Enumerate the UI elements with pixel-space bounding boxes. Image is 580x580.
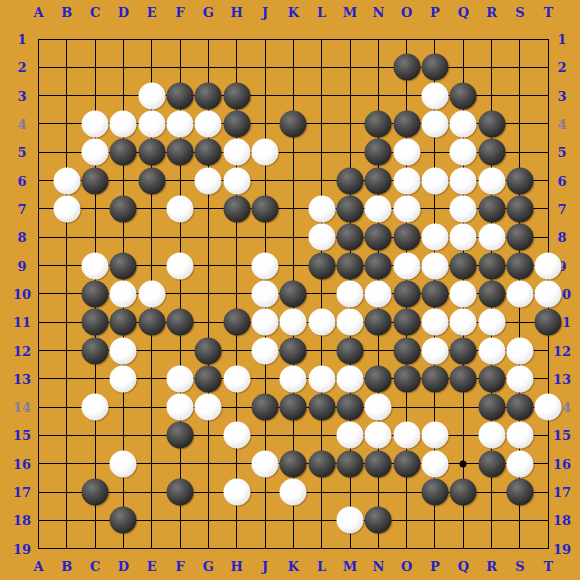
- row-label-right: 17: [553, 485, 571, 500]
- black-stone: [365, 252, 392, 279]
- white-stone: [223, 479, 250, 506]
- column-label-bottom: E: [147, 559, 157, 574]
- row-label-right: 5: [557, 145, 566, 160]
- black-stone: [393, 337, 420, 364]
- black-stone: [195, 337, 222, 364]
- white-stone: [478, 337, 505, 364]
- row-label-left: 18: [13, 513, 31, 528]
- white-stone: [478, 224, 505, 251]
- row-label-left: 19: [13, 541, 31, 556]
- white-stone: [252, 280, 279, 307]
- black-stone: [280, 450, 307, 477]
- black-stone: [365, 110, 392, 137]
- black-stone: [506, 224, 533, 251]
- white-stone: [535, 280, 562, 307]
- row-label-right: 6: [557, 173, 566, 188]
- white-stone: [138, 82, 165, 109]
- white-stone: [365, 394, 392, 421]
- white-stone: [53, 167, 80, 194]
- black-stone: [393, 54, 420, 81]
- row-label-left: 9: [17, 258, 26, 273]
- black-stone: [450, 252, 477, 279]
- black-stone: [138, 139, 165, 166]
- white-stone: [337, 507, 364, 534]
- black-stone: [138, 167, 165, 194]
- black-stone: [478, 110, 505, 137]
- white-stone: [280, 365, 307, 392]
- row-label-right: 16: [553, 456, 571, 471]
- white-stone: [450, 195, 477, 222]
- column-label-bottom: C: [90, 559, 100, 574]
- white-stone: [337, 309, 364, 336]
- black-stone: [280, 394, 307, 421]
- black-stone: [337, 224, 364, 251]
- black-stone: [110, 507, 137, 534]
- column-label-top: J: [262, 5, 268, 20]
- column-label-bottom: M: [343, 559, 357, 574]
- black-stone: [365, 507, 392, 534]
- row-label-right: 18: [553, 513, 571, 528]
- white-stone: [421, 224, 448, 251]
- black-stone: [365, 224, 392, 251]
- black-stone: [337, 450, 364, 477]
- black-stone: [110, 309, 137, 336]
- column-label-bottom: R: [486, 559, 497, 574]
- column-label-top: H: [231, 5, 243, 20]
- white-stone: [138, 110, 165, 137]
- black-stone: [82, 167, 109, 194]
- white-stone: [506, 280, 533, 307]
- white-stone: [337, 280, 364, 307]
- black-stone: [365, 365, 392, 392]
- white-stone: [450, 309, 477, 336]
- go-board[interactable]: AABBCCDDEEFFGGHHJJKKLLMMNNOOPPQQRRSSTT11…: [0, 0, 580, 580]
- white-stone: [138, 280, 165, 307]
- black-stone: [337, 337, 364, 364]
- black-stone: [450, 82, 477, 109]
- column-label-top: O: [401, 5, 412, 20]
- white-stone: [110, 280, 137, 307]
- white-stone: [110, 365, 137, 392]
- row-label-left: 8: [17, 230, 26, 245]
- column-label-top: G: [203, 5, 214, 20]
- column-label-top: B: [61, 5, 72, 20]
- white-stone: [252, 139, 279, 166]
- white-stone: [252, 252, 279, 279]
- black-stone: [450, 479, 477, 506]
- black-stone: [195, 82, 222, 109]
- row-label-left: 14: [13, 400, 31, 415]
- white-stone: [110, 337, 137, 364]
- white-stone: [450, 110, 477, 137]
- black-stone: [393, 280, 420, 307]
- column-label-top: K: [288, 5, 299, 20]
- white-stone: [450, 280, 477, 307]
- row-label-right: 3: [557, 88, 566, 103]
- white-stone: [195, 167, 222, 194]
- row-label-right: 13: [553, 371, 571, 386]
- black-stone: [478, 252, 505, 279]
- white-stone: [167, 195, 194, 222]
- column-label-top: D: [118, 5, 129, 20]
- black-stone: [280, 280, 307, 307]
- white-stone: [53, 195, 80, 222]
- black-stone: [421, 280, 448, 307]
- row-label-left: 6: [17, 173, 26, 188]
- white-stone: [365, 195, 392, 222]
- white-stone: [393, 139, 420, 166]
- white-stone: [223, 422, 250, 449]
- row-label-left: 11: [13, 315, 31, 330]
- row-label-right: 4: [557, 116, 566, 131]
- column-label-top: L: [317, 5, 326, 20]
- black-stone: [450, 337, 477, 364]
- column-label-top: A: [33, 5, 43, 20]
- row-label-left: 12: [13, 343, 31, 358]
- row-label-right: 2: [557, 60, 566, 75]
- black-stone: [167, 139, 194, 166]
- white-stone: [195, 394, 222, 421]
- white-stone: [535, 394, 562, 421]
- column-label-top: P: [430, 5, 440, 20]
- column-label-bottom: N: [372, 559, 384, 574]
- white-stone: [421, 252, 448, 279]
- black-stone: [252, 195, 279, 222]
- black-stone: [82, 280, 109, 307]
- white-stone: [110, 450, 137, 477]
- white-stone: [393, 195, 420, 222]
- column-label-bottom: F: [175, 559, 184, 574]
- black-stone: [223, 309, 250, 336]
- row-label-left: 15: [13, 428, 31, 443]
- row-label-left: 4: [17, 116, 26, 131]
- black-stone: [365, 309, 392, 336]
- white-stone: [110, 110, 137, 137]
- black-stone: [365, 450, 392, 477]
- column-label-top: C: [90, 5, 100, 20]
- black-stone: [393, 309, 420, 336]
- black-stone: [167, 479, 194, 506]
- white-stone: [506, 450, 533, 477]
- black-stone: [478, 394, 505, 421]
- row-label-right: 1: [557, 32, 566, 47]
- row-label-right: 7: [557, 201, 566, 216]
- row-label-right: 19: [553, 541, 571, 556]
- column-label-bottom: Q: [458, 559, 469, 574]
- black-stone: [365, 139, 392, 166]
- black-stone: [421, 54, 448, 81]
- black-stone: [167, 309, 194, 336]
- white-stone: [393, 252, 420, 279]
- column-label-bottom: K: [288, 559, 299, 574]
- black-stone: [223, 110, 250, 137]
- black-stone: [138, 309, 165, 336]
- white-stone: [167, 110, 194, 137]
- black-stone: [308, 394, 335, 421]
- white-stone: [506, 365, 533, 392]
- white-stone: [223, 139, 250, 166]
- black-stone: [280, 110, 307, 137]
- column-label-top: E: [147, 5, 157, 20]
- black-stone: [393, 110, 420, 137]
- black-stone: [82, 309, 109, 336]
- black-stone: [506, 195, 533, 222]
- white-stone: [421, 337, 448, 364]
- white-stone: [223, 167, 250, 194]
- star-point: [460, 460, 467, 467]
- black-stone: [450, 365, 477, 392]
- white-stone: [421, 309, 448, 336]
- black-stone: [167, 422, 194, 449]
- white-stone: [421, 450, 448, 477]
- row-label-right: 15: [553, 428, 571, 443]
- white-stone: [421, 110, 448, 137]
- white-stone: [365, 280, 392, 307]
- row-label-left: 1: [17, 32, 26, 47]
- black-stone: [478, 195, 505, 222]
- white-stone: [308, 224, 335, 251]
- black-stone: [308, 252, 335, 279]
- column-label-top: N: [372, 5, 384, 20]
- white-stone: [393, 422, 420, 449]
- white-stone: [82, 394, 109, 421]
- white-stone: [252, 337, 279, 364]
- white-stone: [195, 110, 222, 137]
- row-label-right: 8: [557, 230, 566, 245]
- white-stone: [535, 252, 562, 279]
- black-stone: [280, 337, 307, 364]
- column-label-top: M: [343, 5, 357, 20]
- column-label-bottom: A: [33, 559, 43, 574]
- black-stone: [82, 479, 109, 506]
- black-stone: [110, 195, 137, 222]
- black-stone: [506, 252, 533, 279]
- white-stone: [167, 252, 194, 279]
- black-stone: [223, 195, 250, 222]
- white-stone: [223, 365, 250, 392]
- column-label-bottom: J: [262, 559, 268, 574]
- column-label-bottom: L: [317, 559, 326, 574]
- black-stone: [337, 394, 364, 421]
- white-stone: [82, 252, 109, 279]
- white-stone: [421, 82, 448, 109]
- white-stone: [280, 309, 307, 336]
- black-stone: [365, 167, 392, 194]
- column-label-bottom: G: [203, 559, 214, 574]
- column-label-top: F: [175, 5, 184, 20]
- white-stone: [450, 167, 477, 194]
- black-stone: [506, 479, 533, 506]
- row-label-left: 16: [13, 456, 31, 471]
- white-stone: [421, 167, 448, 194]
- black-stone: [110, 252, 137, 279]
- column-label-bottom: T: [543, 559, 553, 574]
- column-label-top: T: [543, 5, 553, 20]
- white-stone: [337, 422, 364, 449]
- black-stone: [82, 337, 109, 364]
- black-stone: [506, 394, 533, 421]
- black-stone: [393, 365, 420, 392]
- black-stone: [337, 195, 364, 222]
- black-stone: [223, 82, 250, 109]
- white-stone: [82, 110, 109, 137]
- black-stone: [535, 309, 562, 336]
- black-stone: [393, 224, 420, 251]
- black-stone: [308, 450, 335, 477]
- row-label-left: 7: [17, 201, 26, 216]
- white-stone: [421, 422, 448, 449]
- white-stone: [308, 309, 335, 336]
- column-label-bottom: O: [401, 559, 412, 574]
- row-label-left: 2: [17, 60, 26, 75]
- black-stone: [110, 139, 137, 166]
- white-stone: [478, 167, 505, 194]
- white-stone: [167, 394, 194, 421]
- column-label-top: S: [515, 5, 524, 20]
- column-label-bottom: S: [515, 559, 524, 574]
- white-stone: [82, 139, 109, 166]
- row-label-left: 3: [17, 88, 26, 103]
- black-stone: [167, 82, 194, 109]
- column-label-top: R: [486, 5, 497, 20]
- black-stone: [478, 365, 505, 392]
- black-stone: [393, 450, 420, 477]
- black-stone: [337, 252, 364, 279]
- black-stone: [478, 450, 505, 477]
- grid-horizontal-line: [38, 548, 549, 549]
- white-stone: [308, 365, 335, 392]
- white-stone: [167, 365, 194, 392]
- white-stone: [506, 422, 533, 449]
- column-label-bottom: D: [118, 559, 129, 574]
- black-stone: [478, 139, 505, 166]
- white-stone: [450, 139, 477, 166]
- black-stone: [337, 167, 364, 194]
- white-stone: [252, 450, 279, 477]
- white-stone: [478, 422, 505, 449]
- black-stone: [195, 365, 222, 392]
- white-stone: [478, 309, 505, 336]
- black-stone: [252, 394, 279, 421]
- column-label-top: Q: [458, 5, 469, 20]
- black-stone: [195, 139, 222, 166]
- row-label-left: 17: [13, 485, 31, 500]
- column-label-bottom: B: [61, 559, 72, 574]
- white-stone: [365, 422, 392, 449]
- column-label-bottom: P: [430, 559, 440, 574]
- white-stone: [308, 195, 335, 222]
- black-stone: [478, 280, 505, 307]
- row-label-left: 10: [13, 286, 31, 301]
- grid-horizontal-line: [38, 435, 549, 436]
- white-stone: [506, 337, 533, 364]
- row-label-left: 13: [13, 371, 31, 386]
- black-stone: [421, 365, 448, 392]
- white-stone: [280, 479, 307, 506]
- black-stone: [421, 479, 448, 506]
- white-stone: [393, 167, 420, 194]
- white-stone: [337, 365, 364, 392]
- row-label-left: 5: [17, 145, 26, 160]
- white-stone: [252, 309, 279, 336]
- column-label-bottom: H: [231, 559, 243, 574]
- row-label-right: 12: [553, 343, 571, 358]
- white-stone: [450, 224, 477, 251]
- black-stone: [506, 167, 533, 194]
